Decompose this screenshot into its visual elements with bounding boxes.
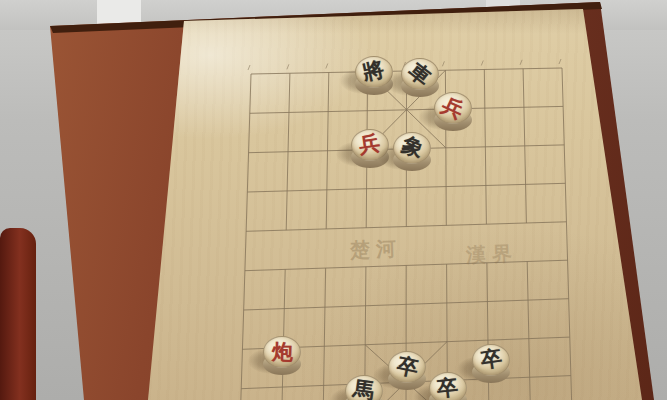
piece-top-face: 卒 <box>388 351 426 383</box>
engraved-character: 象 <box>399 134 426 161</box>
piece-top-face: 卒 <box>472 344 510 376</box>
piece-top-face: 卒 <box>429 372 467 400</box>
piece-top-face: 兵 <box>434 92 472 124</box>
piece-top-face: 車 <box>401 58 439 90</box>
piece-top-face: 馬 <box>345 375 383 400</box>
piece-top-face: 象 <box>393 132 431 164</box>
engraved-character: 卒 <box>395 355 420 380</box>
photo-scene: 楚河 漢界 將車兵兵象炮卒卒馬卒 <box>0 0 667 400</box>
engraved-character: 卒 <box>436 377 459 400</box>
engraved-character: 炮 <box>272 341 294 363</box>
pieces-layer: 將車兵兵象炮卒卒馬卒 <box>0 0 667 400</box>
engraved-character: 車 <box>405 59 434 88</box>
engraved-character: 將 <box>361 59 386 84</box>
engraved-character: 卒 <box>480 348 504 372</box>
engraved-character: 馬 <box>352 379 376 400</box>
engraved-character: 兵 <box>439 94 467 122</box>
